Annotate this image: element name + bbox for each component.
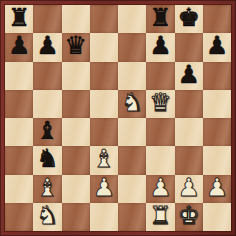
square-f7[interactable]: ♟ [146,33,174,61]
piece-white-bishop[interactable]: ♝ [36,175,58,202]
chess-board-frame: ♜♜♚♟♟♛♟♟♟♞♛♝♞♝♝♟♟♟♟♞♜♚ [0,0,236,236]
square-f3[interactable] [146,146,174,174]
piece-white-pawn[interactable]: ♟ [177,175,199,202]
piece-black-pawn[interactable]: ♟ [8,33,30,60]
square-h5[interactable] [203,90,231,118]
square-d4[interactable] [90,118,118,146]
piece-white-pawn[interactable]: ♟ [149,175,171,202]
piece-white-pawn[interactable]: ♟ [93,175,115,202]
square-c2[interactable] [62,175,90,203]
square-c5[interactable] [62,90,90,118]
square-d3[interactable]: ♝ [90,146,118,174]
square-d1[interactable] [90,203,118,231]
square-f4[interactable] [146,118,174,146]
square-g5[interactable] [175,90,203,118]
piece-white-knight[interactable]: ♞ [121,90,143,117]
square-f6[interactable] [146,62,174,90]
square-f2[interactable]: ♟ [146,175,174,203]
piece-white-knight[interactable]: ♞ [36,203,58,230]
square-g7[interactable] [175,33,203,61]
square-c6[interactable] [62,62,90,90]
piece-black-rook[interactable]: ♜ [8,5,30,32]
square-e5[interactable]: ♞ [118,90,146,118]
square-h1[interactable] [203,203,231,231]
square-b1[interactable]: ♞ [33,203,61,231]
square-e7[interactable] [118,33,146,61]
chess-board: ♜♜♚♟♟♛♟♟♟♞♛♝♞♝♝♟♟♟♟♞♜♚ [5,5,231,231]
square-g6[interactable]: ♟ [175,62,203,90]
square-a8[interactable]: ♜ [5,5,33,33]
square-f8[interactable]: ♜ [146,5,174,33]
square-g1[interactable]: ♚ [175,203,203,231]
piece-black-pawn[interactable]: ♟ [206,33,228,60]
square-c8[interactable] [62,5,90,33]
piece-white-king[interactable]: ♚ [177,203,199,230]
square-g4[interactable] [175,118,203,146]
square-b7[interactable]: ♟ [33,33,61,61]
square-h7[interactable]: ♟ [203,33,231,61]
square-h4[interactable] [203,118,231,146]
square-b4[interactable]: ♝ [33,118,61,146]
square-b3[interactable]: ♞ [33,146,61,174]
square-b2[interactable]: ♝ [33,175,61,203]
square-a4[interactable] [5,118,33,146]
square-b8[interactable] [33,5,61,33]
square-a2[interactable] [5,175,33,203]
square-c7[interactable]: ♛ [62,33,90,61]
square-e4[interactable] [118,118,146,146]
square-e2[interactable] [118,175,146,203]
square-h6[interactable] [203,62,231,90]
square-a1[interactable] [5,203,33,231]
square-d7[interactable] [90,33,118,61]
square-h2[interactable]: ♟ [203,175,231,203]
piece-white-pawn[interactable]: ♟ [206,175,228,202]
square-h8[interactable] [203,5,231,33]
square-b6[interactable] [33,62,61,90]
piece-black-knight[interactable]: ♞ [36,146,58,173]
square-a3[interactable] [5,146,33,174]
square-g3[interactable] [175,146,203,174]
square-e1[interactable] [118,203,146,231]
piece-black-rook[interactable]: ♜ [149,5,171,32]
square-e8[interactable] [118,5,146,33]
piece-white-queen[interactable]: ♛ [149,90,171,117]
square-c4[interactable] [62,118,90,146]
square-d5[interactable] [90,90,118,118]
square-f1[interactable]: ♜ [146,203,174,231]
square-d6[interactable] [90,62,118,90]
square-a7[interactable]: ♟ [5,33,33,61]
square-b5[interactable] [33,90,61,118]
square-a5[interactable] [5,90,33,118]
piece-black-pawn[interactable]: ♟ [36,33,58,60]
square-g8[interactable]: ♚ [175,5,203,33]
square-c1[interactable] [62,203,90,231]
square-c3[interactable] [62,146,90,174]
piece-black-queen[interactable]: ♛ [64,33,86,60]
piece-white-bishop[interactable]: ♝ [93,146,115,173]
square-e3[interactable] [118,146,146,174]
square-d8[interactable] [90,5,118,33]
square-f5[interactable]: ♛ [146,90,174,118]
piece-black-pawn[interactable]: ♟ [177,62,199,89]
piece-black-king[interactable]: ♚ [177,5,199,32]
square-h3[interactable] [203,146,231,174]
square-g2[interactable]: ♟ [175,175,203,203]
square-a6[interactable] [5,62,33,90]
square-e6[interactable] [118,62,146,90]
piece-white-rook[interactable]: ♜ [149,203,171,230]
piece-black-pawn[interactable]: ♟ [149,33,171,60]
piece-black-bishop[interactable]: ♝ [36,118,58,145]
square-d2[interactable]: ♟ [90,175,118,203]
